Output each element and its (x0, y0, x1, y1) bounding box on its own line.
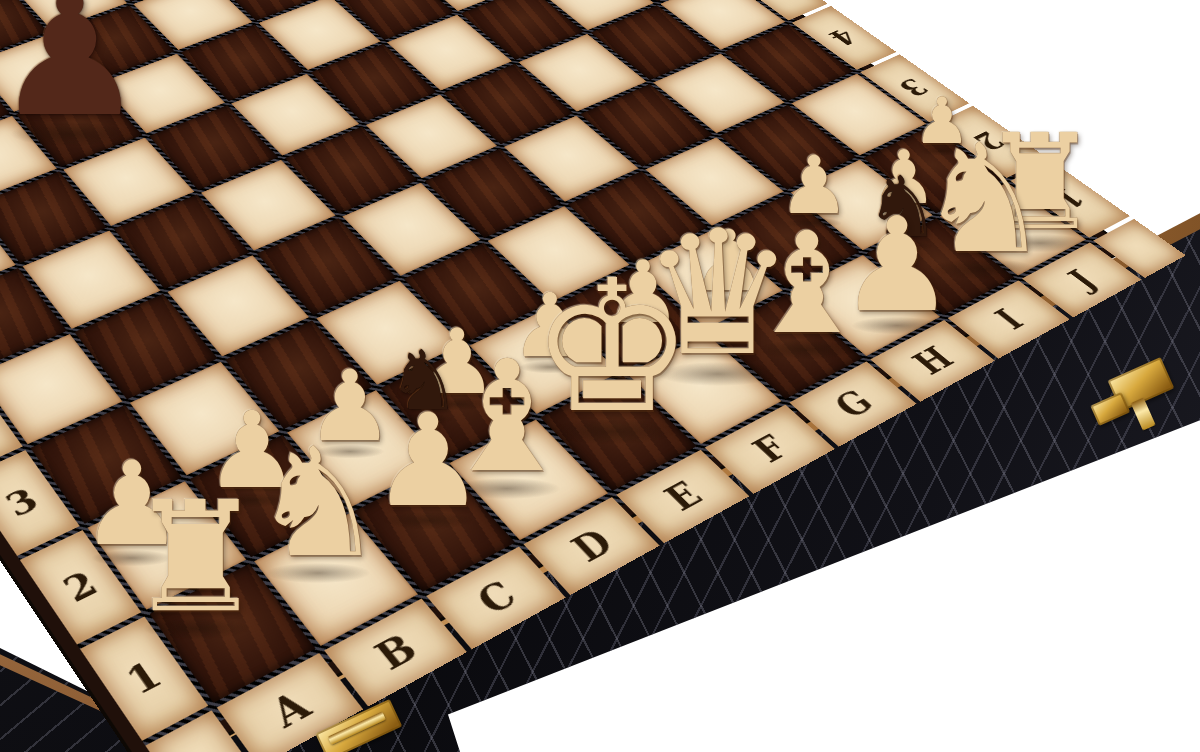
rank-label-text: 3 (0, 480, 45, 524)
rank-label-text: 1 (117, 651, 170, 703)
file-label-text: I (986, 302, 1032, 335)
product-photo-frame: 1010998877665544332211ABCDEFGHIJ ♜♟♞♟♟♟♝… (0, 0, 1200, 752)
file-label-text: G (824, 382, 882, 424)
piece-mahogany-pawn-d7[interactable]: ♟ (0, 0, 146, 140)
file-label-text: E (655, 473, 711, 518)
file-label-text: B (366, 625, 426, 678)
rank-label-text: 4 (822, 24, 865, 51)
brass-latch-right (1078, 340, 1200, 458)
file-label-text: D (562, 521, 622, 570)
latch-hook (1131, 397, 1156, 430)
piece-light-rook-a2[interactable]: ♜ (128, 482, 264, 634)
file-label-text: J (1059, 263, 1105, 295)
piece-light-pawn-c2[interactable]: ♟ (371, 397, 486, 525)
file-label-text: H (903, 339, 962, 381)
file-label-text: C (467, 572, 525, 622)
file-label-text: F (743, 428, 797, 470)
file-label-text: A (261, 681, 319, 736)
rank-label-text: 5 (756, 0, 798, 2)
piece-light-knight-b2[interactable]: ♞ (251, 428, 385, 578)
